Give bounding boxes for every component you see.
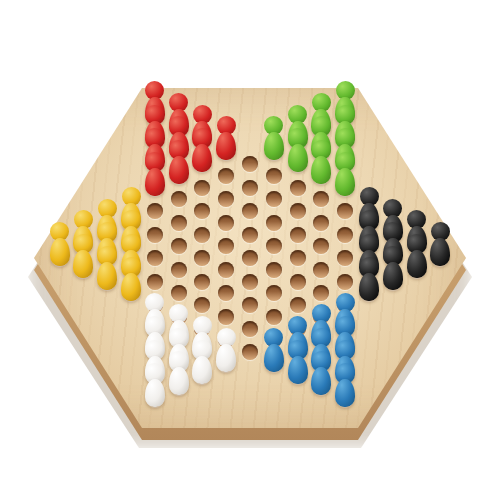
board-hole[interactable]: [242, 344, 258, 360]
board-hole[interactable]: [171, 191, 187, 207]
board-hole[interactable]: [313, 285, 329, 301]
peg-red[interactable]: [167, 140, 191, 184]
peg-yellow[interactable]: [119, 257, 143, 301]
peg-black[interactable]: [357, 257, 381, 301]
peg-blue[interactable]: [286, 340, 310, 384]
board-hole[interactable]: [171, 215, 187, 231]
board-hole[interactable]: [242, 297, 258, 313]
board-hole[interactable]: [218, 215, 234, 231]
peg-yellow[interactable]: [71, 234, 95, 278]
peg-green[interactable]: [286, 128, 310, 172]
peg-white[interactable]: [190, 340, 214, 384]
board-hole[interactable]: [242, 180, 258, 196]
board-hole[interactable]: [147, 274, 163, 290]
board-hole[interactable]: [194, 227, 210, 243]
peg-white[interactable]: [214, 328, 238, 372]
board-hole[interactable]: [266, 215, 282, 231]
board-hole[interactable]: [313, 191, 329, 207]
board-hole[interactable]: [266, 168, 282, 184]
peg-yellow[interactable]: [48, 222, 72, 266]
peg-green[interactable]: [262, 116, 286, 160]
board-hole[interactable]: [242, 203, 258, 219]
board-hole[interactable]: [313, 215, 329, 231]
board-hole[interactable]: [218, 168, 234, 184]
board-hole[interactable]: [290, 227, 306, 243]
board-hole[interactable]: [290, 250, 306, 266]
board-hole[interactable]: [337, 227, 353, 243]
board-hole[interactable]: [290, 274, 306, 290]
board-hole[interactable]: [194, 297, 210, 313]
board-hole[interactable]: [290, 180, 306, 196]
board-hole[interactable]: [218, 262, 234, 278]
peg-black[interactable]: [428, 222, 452, 266]
board-hole[interactable]: [242, 156, 258, 172]
board-hole[interactable]: [290, 203, 306, 219]
peg-black[interactable]: [381, 246, 405, 290]
board-hole[interactable]: [194, 203, 210, 219]
board-hole[interactable]: [218, 309, 234, 325]
board-hole[interactable]: [171, 238, 187, 254]
board-hole[interactable]: [171, 262, 187, 278]
peg-green[interactable]: [309, 140, 333, 184]
board-hole[interactable]: [171, 285, 187, 301]
peg-black[interactable]: [405, 234, 429, 278]
board-hole[interactable]: [313, 262, 329, 278]
board-hole[interactable]: [218, 285, 234, 301]
board-hole[interactable]: [337, 274, 353, 290]
board-hole[interactable]: [266, 309, 282, 325]
peg-red[interactable]: [143, 152, 167, 196]
board-hole[interactable]: [266, 191, 282, 207]
board-hole[interactable]: [313, 238, 329, 254]
peg-white[interactable]: [143, 363, 167, 407]
board-hole[interactable]: [242, 227, 258, 243]
peg-yellow[interactable]: [95, 246, 119, 290]
board-hole[interactable]: [147, 250, 163, 266]
peg-white[interactable]: [167, 351, 191, 395]
board-hole[interactable]: [242, 321, 258, 337]
board-hole[interactable]: [194, 274, 210, 290]
peg-blue[interactable]: [262, 328, 286, 372]
board-hole[interactable]: [218, 191, 234, 207]
peg-red[interactable]: [190, 128, 214, 172]
board-hole[interactable]: [337, 203, 353, 219]
board-hole[interactable]: [218, 238, 234, 254]
board-hole[interactable]: [266, 262, 282, 278]
board-hole[interactable]: [147, 203, 163, 219]
board-hole[interactable]: [242, 250, 258, 266]
board-hole[interactable]: [242, 274, 258, 290]
board-hole[interactable]: [290, 297, 306, 313]
board-hole[interactable]: [194, 250, 210, 266]
peg-red[interactable]: [214, 116, 238, 160]
board-hole[interactable]: [147, 227, 163, 243]
board-hole[interactable]: [337, 250, 353, 266]
product-photo-scene: [0, 0, 500, 500]
board-hole[interactable]: [266, 238, 282, 254]
board-hole[interactable]: [266, 285, 282, 301]
peg-blue[interactable]: [309, 351, 333, 395]
board-hole[interactable]: [194, 180, 210, 196]
peg-green[interactable]: [333, 152, 357, 196]
peg-field: [34, 88, 466, 428]
peg-blue[interactable]: [333, 363, 357, 407]
